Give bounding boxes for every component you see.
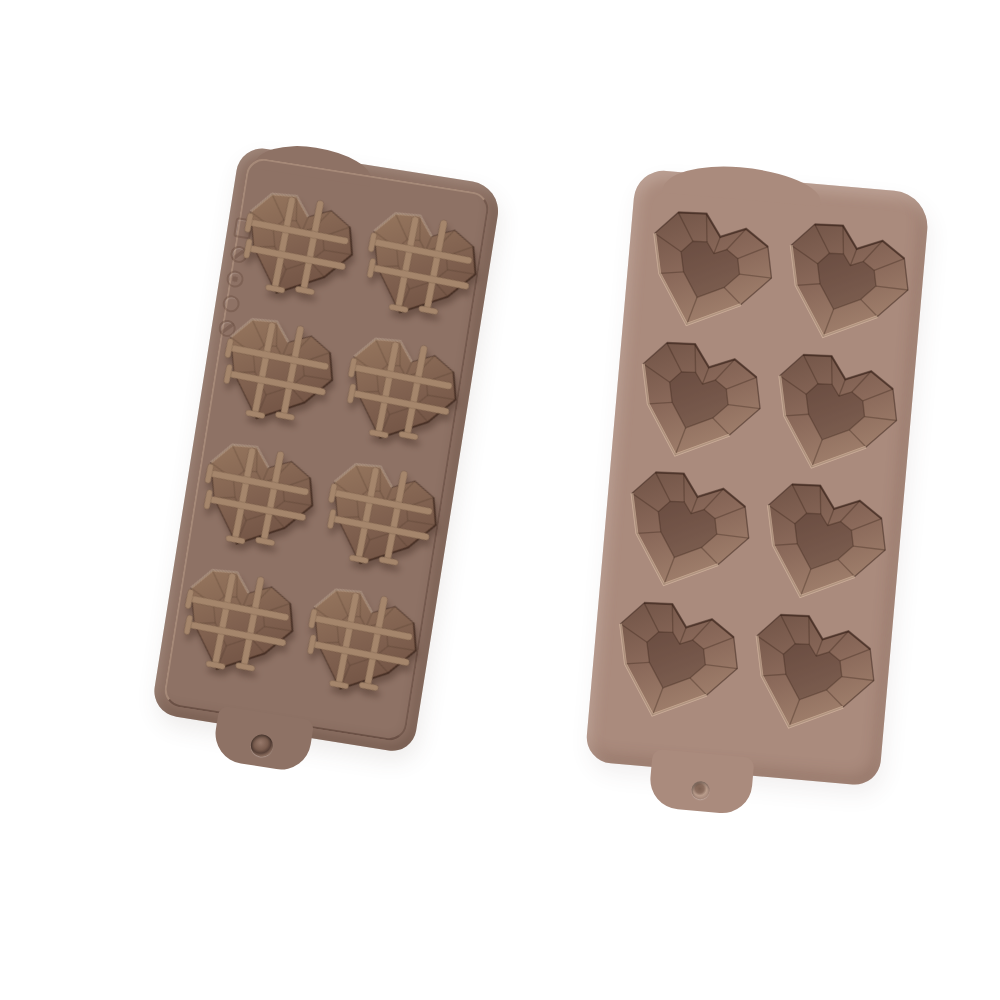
mold-cell-r1-c2 [347, 195, 490, 340]
heart-cavity [621, 190, 791, 355]
heart-cavity [610, 320, 780, 485]
mold-cell-r3-c1 [184, 426, 327, 571]
mold-cell-r4-c1 [165, 551, 308, 696]
hanging-hole [691, 780, 711, 800]
hanging-tab [211, 705, 314, 773]
product-photo [0, 0, 1000, 1000]
heart-cavity [587, 581, 757, 746]
mold-cell-r2-c1 [204, 301, 347, 446]
back-side-mold [151, 145, 503, 754]
hanging-tab [648, 749, 755, 816]
mold-cell-r4-c2 [735, 604, 883, 746]
mold-cell-r2-c2 [327, 320, 470, 465]
heart-cavity [736, 462, 906, 627]
mold-cell-r3-c2 [307, 446, 450, 591]
mold-cell-r4-c2 [287, 571, 430, 716]
heart-protrusion [160, 550, 312, 697]
heart-cavity [758, 202, 928, 367]
hanging-hole [249, 733, 274, 758]
heart-cavity [599, 450, 769, 615]
heart-cavity [747, 332, 917, 497]
mold-cell-r1-c1 [224, 176, 367, 321]
heart-protrusion [283, 569, 435, 716]
front-side-mold [585, 168, 931, 786]
heart-cavity [724, 592, 894, 757]
